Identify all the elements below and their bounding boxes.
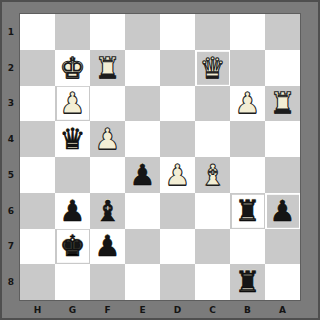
rank-label-1: 1 — [2, 14, 20, 50]
piece-white-rook-a3[interactable]: ♜ — [267, 87, 299, 120]
file-label-a: A — [265, 302, 300, 318]
square-h5[interactable] — [20, 157, 55, 193]
square-g7[interactable]: ♚ — [55, 229, 90, 265]
rank-label-7: 7 — [2, 229, 20, 265]
square-f1[interactable] — [90, 14, 125, 50]
square-a2[interactable] — [265, 50, 300, 86]
rank-label-8: 8 — [2, 264, 20, 300]
square-d6[interactable] — [160, 193, 195, 229]
square-d5[interactable]: ♟ — [160, 157, 195, 193]
square-a3[interactable]: ♜ — [265, 86, 300, 122]
square-b2[interactable] — [230, 50, 265, 86]
black-pawn-icon: ♟ — [270, 194, 296, 227]
rank-label-3: 3 — [2, 86, 20, 122]
square-a8[interactable] — [265, 264, 300, 300]
square-c2[interactable]: ♛ — [195, 50, 230, 86]
square-g3[interactable]: ♟ — [55, 86, 90, 122]
square-b8[interactable]: ♜ — [230, 264, 265, 300]
white-rook-icon: ♜ — [270, 87, 296, 120]
square-b1[interactable] — [230, 14, 265, 50]
square-f8[interactable] — [90, 264, 125, 300]
file-label-h: H — [20, 302, 55, 318]
file-label-d: D — [160, 302, 195, 318]
square-h8[interactable] — [20, 264, 55, 300]
piece-black-rook-b6[interactable]: ♜ — [232, 194, 264, 227]
file-label-c: C — [195, 302, 230, 318]
square-g2[interactable]: ♚ — [55, 50, 90, 86]
square-d7[interactable] — [160, 229, 195, 265]
black-queen-icon: ♛ — [60, 123, 86, 156]
rank-label-4: 4 — [2, 121, 20, 157]
square-g1[interactable] — [55, 14, 90, 50]
black-king-icon: ♚ — [60, 230, 86, 263]
file-label-b: B — [230, 302, 265, 318]
square-h7[interactable] — [20, 229, 55, 265]
square-a5[interactable] — [265, 157, 300, 193]
rank-labels: 12345678 — [2, 14, 20, 300]
square-b5[interactable] — [230, 157, 265, 193]
file-label-f: F — [90, 302, 125, 318]
white-king-icon: ♚ — [60, 51, 86, 84]
square-a6[interactable]: ♟ — [265, 193, 300, 229]
piece-white-pawn-g3[interactable]: ♟ — [57, 87, 89, 120]
square-d3[interactable] — [160, 86, 195, 122]
square-d4[interactable] — [160, 121, 195, 157]
black-bishop-icon: ♝ — [95, 194, 121, 227]
piece-white-king-g2[interactable]: ♚ — [57, 51, 89, 84]
square-e8[interactable] — [125, 264, 160, 300]
square-c3[interactable] — [195, 86, 230, 122]
black-rook-icon: ♜ — [235, 266, 261, 299]
piece-black-king-g7[interactable]: ♚ — [57, 230, 89, 263]
piece-black-rook-b8[interactable]: ♜ — [232, 266, 264, 299]
square-b6[interactable]: ♜ — [230, 193, 265, 229]
file-label-e: E — [125, 302, 160, 318]
square-a1[interactable] — [265, 14, 300, 50]
square-e6[interactable] — [125, 193, 160, 229]
square-b4[interactable] — [230, 121, 265, 157]
piece-black-queen-g4[interactable]: ♛ — [57, 123, 89, 156]
square-e1[interactable] — [125, 14, 160, 50]
square-e2[interactable] — [125, 50, 160, 86]
white-pawn-icon: ♟ — [235, 87, 261, 120]
square-a4[interactable] — [265, 121, 300, 157]
piece-black-pawn-g6[interactable]: ♟ — [57, 194, 89, 227]
chess-board[interactable]: ♚♜♛♟♟♜♛♟♟♟♝♟♝♜♟♚♟♜ — [20, 14, 300, 300]
piece-black-bishop-f6[interactable]: ♝ — [92, 194, 124, 227]
square-c5[interactable]: ♝ — [195, 157, 230, 193]
piece-black-pawn-f7[interactable]: ♟ — [92, 230, 124, 263]
square-f5[interactable] — [90, 157, 125, 193]
square-g8[interactable] — [55, 264, 90, 300]
rank-label-6: 6 — [2, 193, 20, 229]
square-g5[interactable] — [55, 157, 90, 193]
square-h4[interactable] — [20, 121, 55, 157]
piece-black-pawn-e5[interactable]: ♟ — [127, 159, 159, 192]
white-pawn-icon: ♟ — [165, 159, 191, 192]
rank-label-5: 5 — [2, 157, 20, 193]
piece-white-queen-c2[interactable]: ♛ — [197, 51, 229, 84]
square-f2[interactable]: ♜ — [90, 50, 125, 86]
black-pawn-icon: ♟ — [95, 230, 121, 263]
square-c8[interactable] — [195, 264, 230, 300]
white-queen-icon: ♛ — [200, 51, 226, 84]
square-f4[interactable]: ♟ — [90, 121, 125, 157]
square-h3[interactable] — [20, 86, 55, 122]
piece-white-pawn-d5[interactable]: ♟ — [162, 159, 194, 192]
square-f6[interactable]: ♝ — [90, 193, 125, 229]
square-e7[interactable] — [125, 229, 160, 265]
piece-white-rook-f2[interactable]: ♜ — [92, 51, 124, 84]
piece-white-pawn-b3[interactable]: ♟ — [232, 87, 264, 120]
black-pawn-icon: ♟ — [60, 194, 86, 227]
square-d8[interactable] — [160, 264, 195, 300]
square-h6[interactable] — [20, 193, 55, 229]
square-c6[interactable] — [195, 193, 230, 229]
square-g6[interactable]: ♟ — [55, 193, 90, 229]
square-c4[interactable] — [195, 121, 230, 157]
square-c7[interactable] — [195, 229, 230, 265]
square-b3[interactable]: ♟ — [230, 86, 265, 122]
square-f7[interactable]: ♟ — [90, 229, 125, 265]
piece-black-pawn-a6[interactable]: ♟ — [267, 194, 299, 227]
rank-label-2: 2 — [2, 50, 20, 86]
piece-white-bishop-c5[interactable]: ♝ — [197, 159, 229, 192]
white-pawn-icon: ♟ — [95, 123, 121, 156]
black-rook-icon: ♜ — [235, 194, 261, 227]
square-e5[interactable]: ♟ — [125, 157, 160, 193]
square-f3[interactable] — [90, 86, 125, 122]
square-h1[interactable] — [20, 14, 55, 50]
square-c1[interactable] — [195, 14, 230, 50]
square-d2[interactable] — [160, 50, 195, 86]
white-rook-icon: ♜ — [95, 51, 121, 84]
file-label-g: G — [55, 302, 90, 318]
square-h2[interactable] — [20, 50, 55, 86]
square-a7[interactable] — [265, 229, 300, 265]
square-e4[interactable] — [125, 121, 160, 157]
square-e3[interactable] — [125, 86, 160, 122]
square-d1[interactable] — [160, 14, 195, 50]
file-labels: HGFEDCBA — [20, 302, 300, 318]
white-pawn-icon: ♟ — [60, 87, 86, 120]
chess-diagram-window: 12345678 HGFEDCBA ♚♜♛♟♟♜♛♟♟♟♝♟♝♜♟♚♟♜ — [0, 0, 320, 320]
black-pawn-icon: ♟ — [130, 159, 156, 192]
square-b7[interactable] — [230, 229, 265, 265]
piece-white-pawn-f4[interactable]: ♟ — [92, 123, 124, 156]
square-g4[interactable]: ♛ — [55, 121, 90, 157]
white-bishop-icon: ♝ — [200, 159, 226, 192]
